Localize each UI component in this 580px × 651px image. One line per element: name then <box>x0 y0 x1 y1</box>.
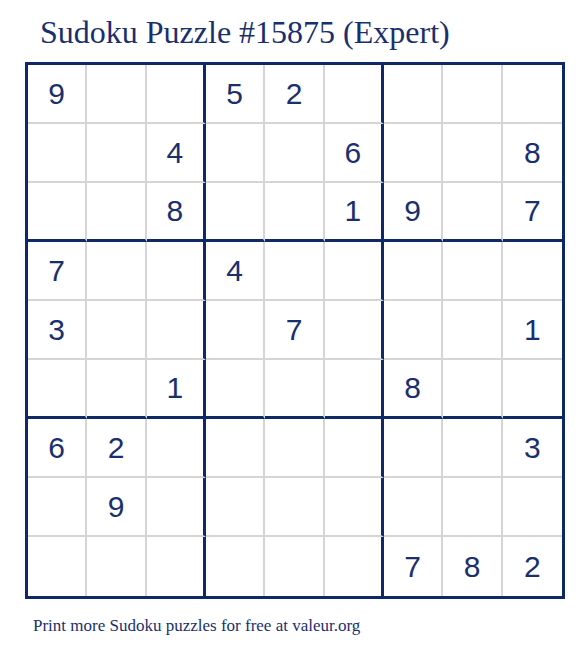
cell-r9c9[interactable]: 2 <box>503 537 562 596</box>
cell-r2c5[interactable] <box>265 124 324 183</box>
cell-r1c3[interactable] <box>147 65 206 124</box>
cell-r6c8[interactable] <box>443 360 502 419</box>
cell-r7c2[interactable]: 2 <box>87 419 146 478</box>
cell-r2c6[interactable]: 6 <box>325 124 384 183</box>
cell-r2c3[interactable]: 4 <box>147 124 206 183</box>
cell-r4c7[interactable] <box>384 242 443 301</box>
cell-r4c8[interactable] <box>443 242 502 301</box>
cell-r7c7[interactable] <box>384 419 443 478</box>
cell-r2c4[interactable] <box>206 124 265 183</box>
cell-r1c5[interactable]: 2 <box>265 65 324 124</box>
cell-r8c7[interactable] <box>384 478 443 537</box>
cell-r4c9[interactable] <box>503 242 562 301</box>
cell-r7c3[interactable] <box>147 419 206 478</box>
cell-r1c1[interactable]: 9 <box>28 65 87 124</box>
cell-r2c9[interactable]: 8 <box>503 124 562 183</box>
cell-r3c6[interactable]: 1 <box>325 183 384 242</box>
page-title: Sudoku Puzzle #15875 (Expert) <box>40 14 450 51</box>
cell-r9c5[interactable] <box>265 537 324 596</box>
cell-r1c2[interactable] <box>87 65 146 124</box>
cell-r7c8[interactable] <box>443 419 502 478</box>
cell-r3c2[interactable] <box>87 183 146 242</box>
cell-r5c1[interactable]: 3 <box>28 301 87 360</box>
cell-r7c4[interactable] <box>206 419 265 478</box>
cell-r5c9[interactable]: 1 <box>503 301 562 360</box>
cell-r1c8[interactable] <box>443 65 502 124</box>
cell-r8c1[interactable] <box>28 478 87 537</box>
cell-r9c4[interactable] <box>206 537 265 596</box>
cell-r6c4[interactable] <box>206 360 265 419</box>
cell-r5c5[interactable]: 7 <box>265 301 324 360</box>
cell-r1c9[interactable] <box>503 65 562 124</box>
footer-text: Print more Sudoku puzzles for free at va… <box>33 616 360 636</box>
cell-r4c1[interactable]: 7 <box>28 242 87 301</box>
cell-r3c3[interactable]: 8 <box>147 183 206 242</box>
cell-r3c5[interactable] <box>265 183 324 242</box>
cell-r5c6[interactable] <box>325 301 384 360</box>
cell-r9c1[interactable] <box>28 537 87 596</box>
cell-r8c8[interactable] <box>443 478 502 537</box>
cell-r8c2[interactable]: 9 <box>87 478 146 537</box>
cell-r6c9[interactable] <box>503 360 562 419</box>
cell-r6c6[interactable] <box>325 360 384 419</box>
cell-r9c3[interactable] <box>147 537 206 596</box>
sudoku-board: 952468819774371186239782 <box>25 62 565 599</box>
cell-r3c4[interactable] <box>206 183 265 242</box>
cell-r5c4[interactable] <box>206 301 265 360</box>
cell-r4c2[interactable] <box>87 242 146 301</box>
cell-r9c2[interactable] <box>87 537 146 596</box>
cell-r8c4[interactable] <box>206 478 265 537</box>
cell-r3c9[interactable]: 7 <box>503 183 562 242</box>
cell-r6c2[interactable] <box>87 360 146 419</box>
cell-r9c6[interactable] <box>325 537 384 596</box>
cell-r3c8[interactable] <box>443 183 502 242</box>
cell-r2c8[interactable] <box>443 124 502 183</box>
cell-r4c6[interactable] <box>325 242 384 301</box>
cell-r4c5[interactable] <box>265 242 324 301</box>
cell-r1c7[interactable] <box>384 65 443 124</box>
cell-r7c1[interactable]: 6 <box>28 419 87 478</box>
cell-r5c7[interactable] <box>384 301 443 360</box>
cell-r8c3[interactable] <box>147 478 206 537</box>
cell-r7c9[interactable]: 3 <box>503 419 562 478</box>
cell-r7c5[interactable] <box>265 419 324 478</box>
cell-r1c4[interactable]: 5 <box>206 65 265 124</box>
cell-r2c1[interactable] <box>28 124 87 183</box>
cell-r5c2[interactable] <box>87 301 146 360</box>
cell-r2c7[interactable] <box>384 124 443 183</box>
cell-r8c9[interactable] <box>503 478 562 537</box>
cell-r4c3[interactable] <box>147 242 206 301</box>
cell-r3c7[interactable]: 9 <box>384 183 443 242</box>
cell-r5c3[interactable] <box>147 301 206 360</box>
cell-r5c8[interactable] <box>443 301 502 360</box>
cell-r6c3[interactable]: 1 <box>147 360 206 419</box>
cell-r9c8[interactable]: 8 <box>443 537 502 596</box>
cell-r8c5[interactable] <box>265 478 324 537</box>
cell-r2c2[interactable] <box>87 124 146 183</box>
cell-r6c1[interactable] <box>28 360 87 419</box>
cell-r9c7[interactable]: 7 <box>384 537 443 596</box>
cell-r6c7[interactable]: 8 <box>384 360 443 419</box>
cell-r8c6[interactable] <box>325 478 384 537</box>
cell-r4c4[interactable]: 4 <box>206 242 265 301</box>
cell-r7c6[interactable] <box>325 419 384 478</box>
cell-r1c6[interactable] <box>325 65 384 124</box>
cell-r3c1[interactable] <box>28 183 87 242</box>
cell-r6c5[interactable] <box>265 360 324 419</box>
